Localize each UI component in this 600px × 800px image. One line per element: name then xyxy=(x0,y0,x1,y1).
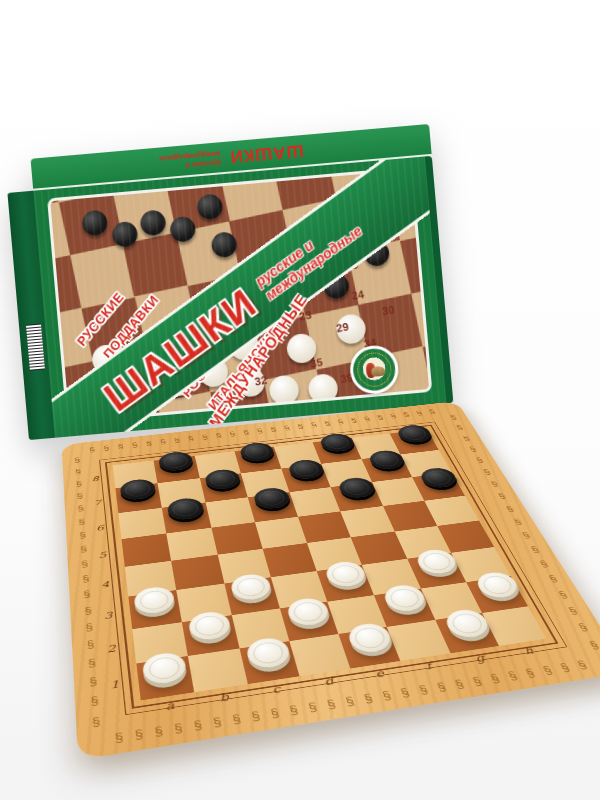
box-top-flap-text: ШАШКИ русские и международные xyxy=(158,140,304,173)
black-checker-b6[interactable] xyxy=(166,497,205,522)
box-body: 19202324293032343539 РУССКИЕПОДДАВКИЧЕКЕ… xyxy=(7,156,453,440)
white-checker-f2[interactable] xyxy=(381,583,430,613)
product-photo-scene: ШАШКИ русские и международные 1920232429… xyxy=(0,0,600,800)
white-checker-b2[interactable] xyxy=(187,610,233,642)
art-square-number: 30 xyxy=(381,303,395,317)
white-checker-e3[interactable] xyxy=(323,560,369,589)
black-checker-f6[interactable] xyxy=(336,476,377,499)
rank-label-2: 2 xyxy=(107,643,117,655)
rank-label-3: 3 xyxy=(104,610,113,621)
emblem-arc xyxy=(356,351,393,388)
rank-label-4: 4 xyxy=(101,579,110,589)
white-checker-d2[interactable] xyxy=(285,596,332,627)
white-checker-e1[interactable] xyxy=(345,622,395,655)
white-checker-a1[interactable] xyxy=(141,651,188,687)
barcode xyxy=(24,320,47,373)
box-front: 19202324293032343539 РУССКИЕПОДДАВКИЧЕКЕ… xyxy=(33,156,453,438)
white-checker-c1[interactable] xyxy=(245,636,293,670)
black-checker-d6[interactable] xyxy=(252,486,292,510)
art-square-number: 35 xyxy=(310,356,324,370)
border-ornament-left: § § § § § § § § § § § § § § § § § § § § … xyxy=(70,456,107,732)
rank-label-1: 1 xyxy=(110,679,120,692)
white-checker-c3[interactable] xyxy=(229,572,274,602)
black-checker-a7[interactable] xyxy=(119,478,156,501)
black-checker-c7[interactable] xyxy=(204,468,242,491)
white-checker-g1[interactable] xyxy=(442,608,493,640)
rank-label-8: 8 xyxy=(91,475,99,483)
rank-label-6: 6 xyxy=(96,524,104,533)
flap-title: ШАШКИ xyxy=(228,140,304,166)
game-box: ШАШКИ русские и международные 1920232429… xyxy=(5,124,454,440)
flap-subtitle: русские и международные xyxy=(158,149,221,172)
black-checker-e7[interactable] xyxy=(286,458,326,480)
art-square-number: 29 xyxy=(336,320,350,334)
black-checker-g7[interactable] xyxy=(367,449,408,471)
rank-label-7: 7 xyxy=(94,498,102,507)
rank-label-5: 5 xyxy=(98,550,107,560)
